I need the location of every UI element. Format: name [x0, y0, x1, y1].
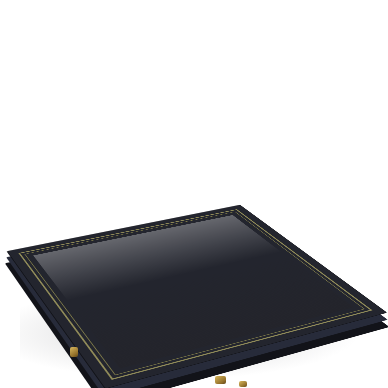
brass-clasp-icon — [70, 347, 78, 357]
brass-foot-icon — [239, 381, 247, 387]
brass-foot-icon — [215, 376, 226, 384]
photo-scene — [0, 0, 388, 388]
